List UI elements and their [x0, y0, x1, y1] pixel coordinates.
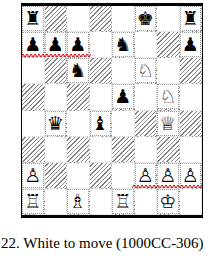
square-d7	[90, 32, 113, 58]
square-g8	[157, 6, 180, 32]
square-e7: ♞	[112, 32, 135, 58]
black-rook: ♜	[180, 6, 202, 31]
square-f1	[135, 189, 158, 215]
square-b3	[45, 137, 68, 163]
square-c1: ♗	[67, 189, 90, 215]
square-c8	[67, 6, 90, 32]
square-b1	[45, 189, 68, 215]
square-f3	[135, 137, 158, 163]
black-queen: ♛	[45, 111, 67, 136]
square-b8	[45, 6, 68, 32]
square-h8: ♜	[180, 6, 203, 32]
square-d3	[90, 137, 113, 163]
square-e8	[112, 6, 135, 32]
square-g7	[157, 32, 180, 58]
white-pawn: ♙	[22, 163, 44, 188]
square-h7: ♟	[180, 32, 203, 58]
square-b6	[45, 58, 68, 84]
black-rook: ♜	[22, 6, 44, 31]
square-h1	[180, 189, 203, 215]
white-king: ♔	[157, 189, 179, 214]
square-h4	[180, 111, 203, 137]
square-c3	[67, 137, 90, 163]
square-f5	[135, 84, 158, 110]
square-h6	[180, 58, 203, 84]
black-pawn: ♟	[112, 84, 134, 109]
black-knight: ♞	[112, 32, 134, 57]
square-b2	[45, 163, 68, 189]
square-d4: ♝	[90, 111, 113, 137]
square-a4	[22, 111, 45, 137]
white-rook: ♖	[112, 189, 134, 214]
square-d8	[90, 6, 113, 32]
square-g4: ♕	[157, 111, 180, 137]
black-pawn: ♟	[180, 32, 202, 57]
square-h3	[180, 137, 203, 163]
white-bishop: ♗	[67, 189, 89, 214]
square-f4	[135, 111, 158, 137]
black-knight: ♞	[67, 58, 89, 83]
white-knight: ♘	[157, 84, 179, 109]
square-g6	[157, 58, 180, 84]
square-d2	[90, 163, 113, 189]
square-a3	[22, 137, 45, 163]
square-c6: ♞	[67, 58, 90, 84]
square-d1	[90, 189, 113, 215]
square-c4	[67, 111, 90, 137]
square-h5	[180, 84, 203, 110]
chess-diagram: ♜♚♜♟♟♟♞♟♞♘♟♘♛♝♕♙♙♙♙♖♗♖♔ 22. White to mov…	[0, 0, 211, 259]
square-e6	[112, 58, 135, 84]
white-rook: ♖	[22, 189, 44, 214]
square-f6: ♘	[135, 58, 158, 84]
square-d5	[90, 84, 113, 110]
white-queen: ♕	[157, 111, 179, 136]
square-a5	[22, 84, 45, 110]
diagram-caption: 22. White to move (1000CC-306)	[1, 235, 210, 252]
square-e5: ♟	[112, 84, 135, 110]
square-e4	[112, 111, 135, 137]
square-a1: ♖	[22, 189, 45, 215]
black-king: ♚	[135, 6, 157, 31]
square-a2: ♙	[22, 163, 45, 189]
square-b4: ♛	[45, 111, 68, 137]
spellcheck-squiggle-top	[21, 53, 91, 58]
black-bishop: ♝	[90, 111, 112, 136]
square-f8: ♚	[135, 6, 158, 32]
white-knight: ♘	[135, 58, 157, 83]
square-a6	[22, 58, 45, 84]
square-b5	[45, 84, 68, 110]
square-g1: ♔	[157, 189, 180, 215]
spellcheck-squiggle-bottom	[132, 184, 202, 189]
square-c2	[67, 163, 90, 189]
square-e3	[112, 137, 135, 163]
square-g5: ♘	[157, 84, 180, 110]
square-f7	[135, 32, 158, 58]
square-g3	[157, 137, 180, 163]
square-c5	[67, 84, 90, 110]
square-a8: ♜	[22, 6, 45, 32]
square-e1: ♖	[112, 189, 135, 215]
square-d6	[90, 58, 113, 84]
